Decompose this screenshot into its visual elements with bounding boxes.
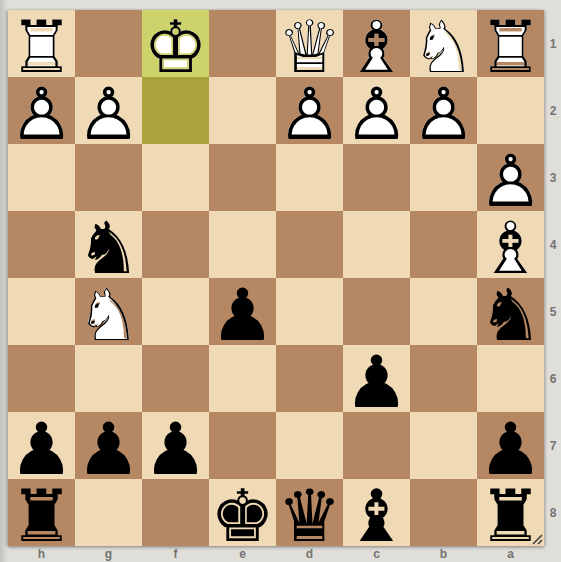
rank-label-8: 8: [545, 479, 561, 546]
rank-label-5: 5: [545, 278, 561, 345]
file-label-e: e: [209, 546, 276, 562]
black-pawn: ♟︎: [477, 415, 544, 482]
square-b6[interactable]: [410, 345, 477, 412]
square-f3[interactable]: [142, 144, 209, 211]
square-h3[interactable]: [8, 144, 75, 211]
white-rook-outline: ♖︎: [477, 13, 544, 80]
square-e1[interactable]: [209, 10, 276, 77]
white-bishop: ♝︎: [477, 214, 544, 281]
rank-coordinates: 12345678: [545, 10, 561, 546]
square-f7[interactable]: ♟︎: [142, 412, 209, 479]
black-bishop: ♝︎: [343, 482, 410, 549]
square-g4[interactable]: ♞︎: [75, 211, 142, 278]
board-resize-handle-icon[interactable]: [529, 531, 543, 545]
rank-label-4: 4: [545, 211, 561, 278]
rank-label-2: 2: [545, 77, 561, 144]
white-rook: ♜︎: [8, 13, 75, 80]
square-c2[interactable]: ♟︎♙︎: [343, 77, 410, 144]
white-king: ♚︎: [142, 13, 209, 80]
square-c5[interactable]: [343, 278, 410, 345]
black-pawn: ♟︎: [8, 415, 75, 482]
square-c8[interactable]: ♝︎: [343, 479, 410, 546]
square-c3[interactable]: [343, 144, 410, 211]
white-king-outline: ♔︎: [142, 13, 209, 80]
square-h4[interactable]: [8, 211, 75, 278]
rank-label-3: 3: [545, 144, 561, 211]
white-pawn: ♟︎: [75, 80, 142, 147]
white-bishop-outline: ♗︎: [343, 13, 410, 80]
square-h8[interactable]: ♜︎: [8, 479, 75, 546]
white-pawn: ♟︎: [343, 80, 410, 147]
file-label-f: f: [142, 546, 209, 562]
square-h6[interactable]: [8, 345, 75, 412]
square-d5[interactable]: [276, 278, 343, 345]
black-knight: ♞︎: [75, 214, 142, 281]
white-rook: ♜︎: [477, 13, 544, 80]
square-a4[interactable]: ♝︎♗︎: [477, 211, 544, 278]
rank-label-1: 1: [545, 10, 561, 77]
square-g1[interactable]: [75, 10, 142, 77]
rank-label-6: 6: [545, 345, 561, 412]
square-f1[interactable]: ♚︎♔︎: [142, 10, 209, 77]
black-knight: ♞︎: [477, 281, 544, 348]
square-g2[interactable]: ♟︎♙︎: [75, 77, 142, 144]
square-a1[interactable]: ♜︎♖︎: [477, 10, 544, 77]
black-king: ♚︎: [209, 482, 276, 549]
chess-board: ♜︎♖︎♚︎♔︎♛︎♕︎♝︎♗︎♞︎♘︎♜︎♖︎♟︎♙︎♟︎♙︎♟︎♙︎♟︎♙︎…: [8, 10, 544, 546]
square-f4[interactable]: [142, 211, 209, 278]
white-rook-outline: ♖︎: [8, 13, 75, 80]
file-label-g: g: [75, 546, 142, 562]
black-pawn: ♟︎: [343, 348, 410, 415]
file-label-b: b: [410, 546, 477, 562]
white-bishop-outline: ♗︎: [477, 214, 544, 281]
black-rook: ♜︎: [8, 482, 75, 549]
white-pawn-outline: ♙︎: [343, 80, 410, 147]
square-h7[interactable]: ♟︎: [8, 412, 75, 479]
black-pawn: ♟︎: [142, 415, 209, 482]
square-a3[interactable]: ♟︎♙︎: [477, 144, 544, 211]
square-b3[interactable]: [410, 144, 477, 211]
file-label-c: c: [343, 546, 410, 562]
square-e4[interactable]: [209, 211, 276, 278]
square-f6[interactable]: [142, 345, 209, 412]
square-c6[interactable]: ♟︎: [343, 345, 410, 412]
white-queen-outline: ♕︎: [276, 13, 343, 80]
square-f2[interactable]: [142, 77, 209, 144]
file-label-a: a: [477, 546, 544, 562]
square-e2[interactable]: [209, 77, 276, 144]
page: ♜︎♖︎♚︎♔︎♛︎♕︎♝︎♗︎♞︎♘︎♜︎♖︎♟︎♙︎♟︎♙︎♟︎♙︎♟︎♙︎…: [0, 0, 561, 562]
white-pawn: ♟︎: [8, 80, 75, 147]
square-g7[interactable]: ♟︎: [75, 412, 142, 479]
white-pawn-outline: ♙︎: [75, 80, 142, 147]
white-pawn-outline: ♙︎: [276, 80, 343, 147]
white-pawn: ♟︎: [477, 147, 544, 214]
square-f5[interactable]: [142, 278, 209, 345]
white-knight-outline: ♘︎: [410, 13, 477, 80]
white-queen: ♛︎: [276, 13, 343, 80]
square-a7[interactable]: ♟︎: [477, 412, 544, 479]
square-b1[interactable]: ♞︎♘︎: [410, 10, 477, 77]
white-pawn-outline: ♙︎: [8, 80, 75, 147]
square-h2[interactable]: ♟︎♙︎: [8, 77, 75, 144]
square-d2[interactable]: ♟︎♙︎: [276, 77, 343, 144]
white-pawn-outline: ♙︎: [410, 80, 477, 147]
square-b2[interactable]: ♟︎♙︎: [410, 77, 477, 144]
square-a6[interactable]: [477, 345, 544, 412]
square-d1[interactable]: ♛︎♕︎: [276, 10, 343, 77]
square-g5[interactable]: ♞︎♘︎: [75, 278, 142, 345]
square-b7[interactable]: [410, 412, 477, 479]
black-queen: ♛︎: [276, 482, 343, 549]
square-b8[interactable]: [410, 479, 477, 546]
white-pawn: ♟︎: [410, 80, 477, 147]
white-knight: ♞︎: [410, 13, 477, 80]
white-pawn: ♟︎: [276, 80, 343, 147]
square-d6[interactable]: [276, 345, 343, 412]
square-e5[interactable]: ♟︎: [209, 278, 276, 345]
white-knight-outline: ♘︎: [75, 281, 142, 348]
square-h5[interactable]: [8, 278, 75, 345]
square-f8[interactable]: [142, 479, 209, 546]
square-e6[interactable]: [209, 345, 276, 412]
square-g8[interactable]: [75, 479, 142, 546]
black-pawn: ♟︎: [209, 281, 276, 348]
file-label-h: h: [8, 546, 75, 562]
rank-label-7: 7: [545, 412, 561, 479]
square-c4[interactable]: [343, 211, 410, 278]
square-g6[interactable]: [75, 345, 142, 412]
square-e7[interactable]: [209, 412, 276, 479]
white-knight: ♞︎: [75, 281, 142, 348]
square-d7[interactable]: [276, 412, 343, 479]
square-b4[interactable]: [410, 211, 477, 278]
square-e3[interactable]: [209, 144, 276, 211]
square-c7[interactable]: [343, 412, 410, 479]
square-d3[interactable]: [276, 144, 343, 211]
square-e8[interactable]: ♚︎: [209, 479, 276, 546]
square-b5[interactable]: [410, 278, 477, 345]
square-d8[interactable]: ♛︎: [276, 479, 343, 546]
page-left-edge-shadow: [0, 0, 8, 562]
white-bishop: ♝︎: [343, 13, 410, 80]
square-d4[interactable]: [276, 211, 343, 278]
black-pawn: ♟︎: [75, 415, 142, 482]
square-a2[interactable]: [477, 77, 544, 144]
file-coordinates: hgfedcba: [8, 546, 544, 562]
square-g3[interactable]: [75, 144, 142, 211]
white-pawn-outline: ♙︎: [477, 147, 544, 214]
square-h1[interactable]: ♜︎♖︎: [8, 10, 75, 77]
square-c1[interactable]: ♝︎♗︎: [343, 10, 410, 77]
file-label-d: d: [276, 546, 343, 562]
square-a5[interactable]: ♞︎: [477, 278, 544, 345]
